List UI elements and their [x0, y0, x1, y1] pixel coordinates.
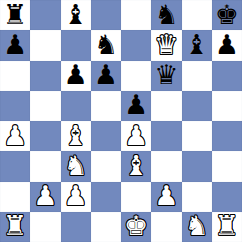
square-a6[interactable] — [0, 61, 30, 91]
chess-board: ♜♝♞♚♟♞♛♝♟♟♟♛♟♟♝♟♞♝♟♟♟♜♚♞♜ — [0, 0, 242, 242]
white-bishop-icon[interactable]: ♝ — [124, 152, 148, 179]
square-c3[interactable]: ♞ — [61, 151, 91, 181]
square-d1[interactable] — [91, 212, 121, 242]
square-h4[interactable] — [212, 121, 242, 151]
black-king-icon[interactable]: ♚ — [215, 1, 239, 28]
square-b2[interactable]: ♟ — [30, 182, 60, 212]
square-f5[interactable] — [151, 91, 181, 121]
square-g3[interactable] — [182, 151, 212, 181]
square-g8[interactable] — [182, 0, 212, 30]
square-d6[interactable]: ♟ — [91, 61, 121, 91]
square-e1[interactable]: ♚ — [121, 212, 151, 242]
white-pawn-icon[interactable]: ♟ — [33, 182, 57, 209]
white-pawn-icon[interactable]: ♟ — [124, 122, 148, 149]
white-knight-icon[interactable]: ♞ — [185, 212, 209, 239]
square-f3[interactable] — [151, 151, 181, 181]
black-pawn-icon[interactable]: ♟ — [64, 61, 88, 88]
square-g1[interactable]: ♞ — [182, 212, 212, 242]
square-a3[interactable] — [0, 151, 30, 181]
black-pawn-icon[interactable]: ♟ — [94, 61, 118, 88]
black-bishop-icon[interactable]: ♝ — [185, 31, 209, 58]
square-b5[interactable] — [30, 91, 60, 121]
square-b8[interactable] — [30, 0, 60, 30]
square-e2[interactable] — [121, 182, 151, 212]
square-a1[interactable]: ♜ — [0, 212, 30, 242]
square-c1[interactable] — [61, 212, 91, 242]
square-f7[interactable]: ♛ — [151, 30, 181, 60]
white-bishop-icon[interactable]: ♝ — [64, 122, 88, 149]
square-c8[interactable]: ♝ — [61, 0, 91, 30]
square-a8[interactable]: ♜ — [0, 0, 30, 30]
square-a4[interactable]: ♟ — [0, 121, 30, 151]
square-g4[interactable] — [182, 121, 212, 151]
square-f2[interactable]: ♟ — [151, 182, 181, 212]
square-b7[interactable] — [30, 30, 60, 60]
chess-board-container: ♜♝♞♚♟♞♛♝♟♟♟♛♟♟♝♟♞♝♟♟♟♜♚♞♜ — [0, 0, 242, 242]
black-knight-icon[interactable]: ♞ — [94, 31, 118, 58]
white-rook-icon[interactable]: ♜ — [3, 212, 27, 239]
white-rook-icon[interactable]: ♜ — [215, 212, 239, 239]
square-e5[interactable]: ♟ — [121, 91, 151, 121]
black-bishop-icon[interactable]: ♝ — [64, 1, 88, 28]
square-d5[interactable] — [91, 91, 121, 121]
square-c5[interactable] — [61, 91, 91, 121]
white-pawn-icon[interactable]: ♟ — [154, 182, 178, 209]
square-e8[interactable] — [121, 0, 151, 30]
square-h5[interactable] — [212, 91, 242, 121]
square-e4[interactable]: ♟ — [121, 121, 151, 151]
white-pawn-icon[interactable]: ♟ — [64, 182, 88, 209]
square-c4[interactable]: ♝ — [61, 121, 91, 151]
square-g5[interactable] — [182, 91, 212, 121]
square-h2[interactable] — [212, 182, 242, 212]
square-f1[interactable] — [151, 212, 181, 242]
white-queen-icon[interactable]: ♛ — [154, 31, 178, 58]
black-pawn-icon[interactable]: ♟ — [124, 91, 148, 118]
square-b6[interactable] — [30, 61, 60, 91]
white-knight-icon[interactable]: ♞ — [64, 152, 88, 179]
square-a5[interactable] — [0, 91, 30, 121]
square-c6[interactable]: ♟ — [61, 61, 91, 91]
square-e7[interactable] — [121, 30, 151, 60]
square-h6[interactable] — [212, 61, 242, 91]
square-b4[interactable] — [30, 121, 60, 151]
square-d2[interactable] — [91, 182, 121, 212]
black-queen-icon[interactable]: ♛ — [154, 61, 178, 88]
square-d7[interactable]: ♞ — [91, 30, 121, 60]
square-d3[interactable] — [91, 151, 121, 181]
white-pawn-icon[interactable]: ♟ — [3, 122, 27, 149]
square-f6[interactable]: ♛ — [151, 61, 181, 91]
black-pawn-icon[interactable]: ♟ — [215, 31, 239, 58]
square-a7[interactable]: ♟ — [0, 30, 30, 60]
square-c2[interactable]: ♟ — [61, 182, 91, 212]
black-knight-icon[interactable]: ♞ — [154, 1, 178, 28]
square-d8[interactable] — [91, 0, 121, 30]
square-g7[interactable]: ♝ — [182, 30, 212, 60]
square-b1[interactable] — [30, 212, 60, 242]
square-a2[interactable] — [0, 182, 30, 212]
square-g2[interactable] — [182, 182, 212, 212]
square-e3[interactable]: ♝ — [121, 151, 151, 181]
square-d4[interactable] — [91, 121, 121, 151]
square-b3[interactable] — [30, 151, 60, 181]
square-g6[interactable] — [182, 61, 212, 91]
black-rook-icon[interactable]: ♜ — [3, 1, 27, 28]
square-e6[interactable] — [121, 61, 151, 91]
black-pawn-icon[interactable]: ♟ — [3, 31, 27, 58]
square-h3[interactable] — [212, 151, 242, 181]
square-f8[interactable]: ♞ — [151, 0, 181, 30]
square-f4[interactable] — [151, 121, 181, 151]
square-c7[interactable] — [61, 30, 91, 60]
square-h1[interactable]: ♜ — [212, 212, 242, 242]
square-h7[interactable]: ♟ — [212, 30, 242, 60]
square-h8[interactable]: ♚ — [212, 0, 242, 30]
white-king-icon[interactable]: ♚ — [124, 212, 148, 239]
